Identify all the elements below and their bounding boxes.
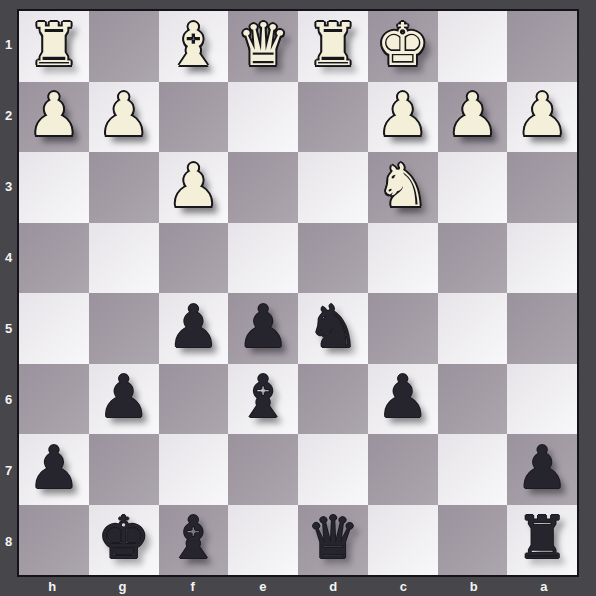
square-b3[interactable]: [438, 152, 508, 223]
rank-label-3: 3: [0, 151, 17, 222]
black-bishop[interactable]: ♝: [237, 367, 290, 426]
black-pawn[interactable]: ♟: [516, 438, 569, 497]
square-f2[interactable]: [159, 82, 229, 153]
chess-board: ♜♝♛♜♚♟♟♟♟♟♟♞♟♟♞♟♝♟♟♟♚♝♛♜: [17, 9, 579, 577]
white-pawn[interactable]: ♟: [97, 85, 150, 144]
square-g7[interactable]: [89, 434, 159, 505]
file-label-h: h: [17, 577, 87, 596]
square-b6[interactable]: [438, 364, 508, 435]
square-d7[interactable]: [298, 434, 368, 505]
square-c2[interactable]: ♟: [368, 82, 438, 153]
square-b8[interactable]: [438, 505, 508, 576]
board-frame: 12345678 ♜♝♛♜♚♟♟♟♟♟♟♞♟♟♞♟♝♟♟♟♚♝♛♜ hgfedc…: [0, 0, 596, 596]
square-f5[interactable]: ♟: [159, 293, 229, 364]
square-d6[interactable]: [298, 364, 368, 435]
square-b5[interactable]: [438, 293, 508, 364]
white-pawn[interactable]: ♟: [167, 156, 220, 215]
square-e5[interactable]: ♟: [228, 293, 298, 364]
square-f4[interactable]: [159, 223, 229, 294]
square-f7[interactable]: [159, 434, 229, 505]
black-pawn[interactable]: ♟: [376, 367, 429, 426]
rank-label-2: 2: [0, 80, 17, 151]
square-a1[interactable]: [507, 11, 577, 82]
square-c8[interactable]: [368, 505, 438, 576]
square-b7[interactable]: [438, 434, 508, 505]
black-pawn[interactable]: ♟: [97, 367, 150, 426]
square-d4[interactable]: [298, 223, 368, 294]
square-a5[interactable]: [507, 293, 577, 364]
square-d1[interactable]: ♜: [298, 11, 368, 82]
file-labels: hgfedcba: [17, 577, 579, 596]
square-h4[interactable]: [19, 223, 89, 294]
white-rook[interactable]: ♜: [306, 15, 359, 74]
file-label-g: g: [87, 577, 157, 596]
square-a2[interactable]: ♟: [507, 82, 577, 153]
square-g8[interactable]: ♚: [89, 505, 159, 576]
white-queen[interactable]: ♛: [237, 15, 290, 74]
white-pawn[interactable]: ♟: [446, 85, 499, 144]
white-bishop[interactable]: ♝: [167, 15, 220, 74]
white-knight[interactable]: ♞: [376, 156, 429, 215]
square-g2[interactable]: ♟: [89, 82, 159, 153]
square-b4[interactable]: [438, 223, 508, 294]
square-a6[interactable]: [507, 364, 577, 435]
square-e4[interactable]: [228, 223, 298, 294]
rank-label-5: 5: [0, 293, 17, 364]
square-f3[interactable]: ♟: [159, 152, 229, 223]
square-c5[interactable]: [368, 293, 438, 364]
black-pawn[interactable]: ♟: [167, 297, 220, 356]
square-a8[interactable]: ♜: [507, 505, 577, 576]
rank-label-1: 1: [0, 9, 17, 80]
square-f1[interactable]: ♝: [159, 11, 229, 82]
rank-label-6: 6: [0, 364, 17, 435]
square-a4[interactable]: [507, 223, 577, 294]
square-h2[interactable]: ♟: [19, 82, 89, 153]
black-queen[interactable]: ♛: [306, 508, 359, 567]
square-g1[interactable]: [89, 11, 159, 82]
square-g6[interactable]: ♟: [89, 364, 159, 435]
white-pawn[interactable]: ♟: [376, 85, 429, 144]
square-g4[interactable]: [89, 223, 159, 294]
black-king[interactable]: ♚: [97, 508, 150, 567]
square-d2[interactable]: [298, 82, 368, 153]
square-c7[interactable]: [368, 434, 438, 505]
square-e8[interactable]: [228, 505, 298, 576]
square-e6[interactable]: ♝: [228, 364, 298, 435]
square-e3[interactable]: [228, 152, 298, 223]
black-pawn[interactable]: ♟: [237, 297, 290, 356]
square-c6[interactable]: ♟: [368, 364, 438, 435]
square-e7[interactable]: [228, 434, 298, 505]
square-h5[interactable]: [19, 293, 89, 364]
square-d5[interactable]: ♞: [298, 293, 368, 364]
black-knight[interactable]: ♞: [306, 297, 359, 356]
square-g3[interactable]: [89, 152, 159, 223]
file-label-e: e: [228, 577, 298, 596]
square-g5[interactable]: [89, 293, 159, 364]
file-label-d: d: [298, 577, 368, 596]
square-c1[interactable]: ♚: [368, 11, 438, 82]
white-king[interactable]: ♚: [376, 15, 429, 74]
rank-label-4: 4: [0, 222, 17, 293]
square-a3[interactable]: [507, 152, 577, 223]
black-rook[interactable]: ♜: [516, 508, 569, 567]
white-rook[interactable]: ♜: [27, 15, 80, 74]
square-b2[interactable]: ♟: [438, 82, 508, 153]
rank-label-7: 7: [0, 435, 17, 506]
white-pawn[interactable]: ♟: [516, 85, 569, 144]
square-d3[interactable]: [298, 152, 368, 223]
file-label-f: f: [158, 577, 228, 596]
white-pawn[interactable]: ♟: [27, 85, 80, 144]
square-a7[interactable]: ♟: [507, 434, 577, 505]
rank-labels: 12345678: [0, 9, 17, 577]
square-d8[interactable]: ♛: [298, 505, 368, 576]
square-f6[interactable]: [159, 364, 229, 435]
square-h7[interactable]: ♟: [19, 434, 89, 505]
square-c3[interactable]: ♞: [368, 152, 438, 223]
square-h3[interactable]: [19, 152, 89, 223]
file-label-c: c: [368, 577, 438, 596]
square-h8[interactable]: [19, 505, 89, 576]
square-e2[interactable]: [228, 82, 298, 153]
file-label-a: a: [509, 577, 579, 596]
square-h1[interactable]: ♜: [19, 11, 89, 82]
square-b1[interactable]: [438, 11, 508, 82]
square-f8[interactable]: ♝: [159, 505, 229, 576]
black-pawn[interactable]: ♟: [27, 438, 80, 497]
rank-label-8: 8: [0, 506, 17, 577]
file-label-b: b: [439, 577, 509, 596]
black-bishop[interactable]: ♝: [167, 508, 220, 567]
square-h6[interactable]: [19, 364, 89, 435]
square-c4[interactable]: [368, 223, 438, 294]
square-e1[interactable]: ♛: [228, 11, 298, 82]
